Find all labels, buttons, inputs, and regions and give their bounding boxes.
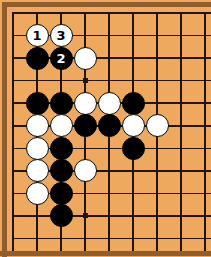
board-edge-bottom <box>0 251 211 256</box>
stone-white-d5 <box>74 92 97 115</box>
stone-white-f6 <box>122 114 145 137</box>
stone-black-f5 <box>122 92 145 115</box>
hoshi-point <box>83 78 88 83</box>
stone-black-c3: 2 <box>50 47 73 70</box>
stone-white-c6 <box>50 114 73 137</box>
grid-line-horizontal-4 <box>12 80 211 82</box>
stone-white-b8 <box>26 159 49 182</box>
board-edge-left <box>2 2 7 257</box>
board-edge-top <box>2 2 211 7</box>
stone-black-b3 <box>26 47 49 70</box>
stone-white-d3 <box>74 47 97 70</box>
stone-black-e6 <box>98 114 121 137</box>
stone-black-c5 <box>50 92 73 115</box>
stone-black-b5 <box>26 92 49 115</box>
stone-black-d6 <box>74 114 97 137</box>
move-number-label: 2 <box>56 52 65 65</box>
stone-black-c8 <box>50 159 73 182</box>
hoshi-point <box>83 213 88 218</box>
stone-white-e5 <box>98 92 121 115</box>
grid-line-horizontal-10 <box>12 215 211 217</box>
stone-white-g6 <box>146 114 169 137</box>
stone-white-c2: 3 <box>50 24 73 47</box>
stone-black-c9 <box>50 182 73 205</box>
grid-line-horizontal-1 <box>12 12 211 14</box>
move-number-label: 1 <box>32 29 41 42</box>
stone-white-b9 <box>26 182 49 205</box>
stone-black-f7 <box>122 137 145 160</box>
stone-black-c10 <box>50 204 73 227</box>
stone-white-b2: 1 <box>26 24 49 47</box>
move-number-label: 3 <box>56 29 65 42</box>
grid-line-horizontal-11 <box>12 238 211 240</box>
stone-white-b7 <box>26 137 49 160</box>
stone-white-d8 <box>74 159 97 182</box>
go-board-diagram: 132 <box>0 0 211 257</box>
stone-white-b6 <box>26 114 49 137</box>
stone-black-c7 <box>50 137 73 160</box>
